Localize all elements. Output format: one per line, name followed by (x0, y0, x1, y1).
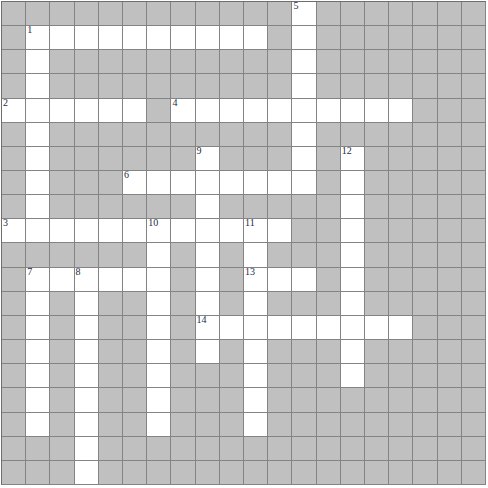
letter-cell-r10-c8[interactable] (196, 243, 220, 267)
block-cell-r11-c9 (220, 268, 244, 292)
block-cell-r0-c18 (438, 2, 462, 26)
block-cell-r19-c6 (147, 461, 171, 485)
block-cell-r1-c17 (413, 26, 437, 50)
letter-cell-r4-c11[interactable] (268, 99, 292, 123)
letter-cell-r13-c12[interactable] (292, 316, 316, 340)
letter-cell-r4-c8[interactable] (196, 99, 220, 123)
letter-cell-r9-c10[interactable]: 11 (244, 219, 268, 243)
letter-cell-r12-c10[interactable] (244, 292, 268, 316)
block-cell-r16-c2 (50, 388, 74, 412)
letter-cell-r1-c4[interactable] (99, 26, 123, 50)
block-cell-r12-c15 (365, 292, 389, 316)
letter-cell-r8-c1[interactable] (26, 195, 50, 219)
block-cell-r0-c4 (99, 2, 123, 26)
block-cell-r12-c9 (220, 292, 244, 316)
block-cell-r7-c2 (50, 171, 74, 195)
block-cell-r2-c3 (75, 50, 99, 74)
letter-cell-r7-c12[interactable] (292, 171, 316, 195)
block-cell-r0-c16 (389, 2, 413, 26)
block-cell-r0-c11 (268, 2, 292, 26)
block-cell-r5-c4 (99, 123, 123, 147)
block-cell-r5-c18 (438, 123, 462, 147)
block-cell-r11-c13 (317, 268, 341, 292)
block-cell-r17-c7 (171, 413, 195, 437)
letter-cell-r5-c12[interactable] (292, 123, 316, 147)
letter-cell-r1-c1[interactable]: 1 (26, 26, 50, 50)
letter-cell-r9-c11[interactable] (268, 219, 292, 243)
letter-cell-r13-c1[interactable] (26, 316, 50, 340)
letter-cell-r14-c10[interactable] (244, 340, 268, 364)
letter-cell-r7-c1[interactable] (26, 171, 50, 195)
block-cell-r18-c4 (99, 437, 123, 461)
clue-number: 14 (197, 314, 207, 326)
block-cell-r2-c19 (462, 50, 486, 74)
letter-cell-r19-c3[interactable] (75, 461, 99, 485)
block-cell-r5-c2 (50, 123, 74, 147)
block-cell-r7-c0 (2, 171, 26, 195)
block-cell-r10-c16 (389, 243, 413, 267)
block-cell-r8-c5 (123, 195, 147, 219)
block-cell-r1-c0 (2, 26, 26, 50)
block-cell-r2-c15 (365, 50, 389, 74)
letter-cell-r7-c11[interactable] (268, 171, 292, 195)
clue-number: 6 (124, 169, 129, 181)
block-cell-r8-c9 (220, 195, 244, 219)
letter-cell-r16-c1[interactable] (26, 388, 50, 412)
block-cell-r7-c4 (99, 171, 123, 195)
block-cell-r18-c14 (341, 437, 365, 461)
letter-cell-r9-c9[interactable] (220, 219, 244, 243)
block-cell-r17-c14 (341, 413, 365, 437)
letter-cell-r13-c16[interactable] (389, 316, 413, 340)
block-cell-r0-c0 (2, 2, 26, 26)
letter-cell-r4-c9[interactable] (220, 99, 244, 123)
block-cell-r4-c18 (438, 99, 462, 123)
clue-number: 8 (76, 266, 81, 278)
letter-cell-r6-c14[interactable]: 12 (341, 147, 365, 171)
letter-cell-r4-c4[interactable] (99, 99, 123, 123)
letter-cell-r4-c5[interactable] (123, 99, 147, 123)
letter-cell-r18-c3[interactable] (75, 437, 99, 461)
block-cell-r13-c17 (413, 316, 437, 340)
letter-cell-r13-c13[interactable] (317, 316, 341, 340)
letter-cell-r13-c14[interactable] (341, 316, 365, 340)
block-cell-r8-c2 (50, 195, 74, 219)
block-cell-r2-c10 (244, 50, 268, 74)
block-cell-r15-c8 (196, 364, 220, 388)
block-cell-r3-c8 (196, 74, 220, 98)
block-cell-r16-c9 (220, 388, 244, 412)
letter-cell-r11-c3[interactable]: 8 (75, 268, 99, 292)
block-cell-r15-c4 (99, 364, 123, 388)
letter-cell-r9-c5[interactable] (123, 219, 147, 243)
block-cell-r15-c7 (171, 364, 195, 388)
block-cell-r14-c4 (99, 340, 123, 364)
block-cell-r10-c13 (317, 243, 341, 267)
block-cell-r16-c4 (99, 388, 123, 412)
letter-cell-r8-c8[interactable] (196, 195, 220, 219)
block-cell-r0-c13 (317, 2, 341, 26)
block-cell-r19-c4 (99, 461, 123, 485)
letter-cell-r9-c8[interactable] (196, 219, 220, 243)
block-cell-r5-c11 (268, 123, 292, 147)
block-cell-r18-c16 (389, 437, 413, 461)
letter-cell-r7-c8[interactable] (196, 171, 220, 195)
block-cell-r3-c2 (50, 74, 74, 98)
block-cell-r18-c2 (50, 437, 74, 461)
block-cell-r2-c18 (438, 50, 462, 74)
block-cell-r7-c16 (389, 171, 413, 195)
block-cell-r14-c15 (365, 340, 389, 364)
letter-cell-r9-c14[interactable] (341, 219, 365, 243)
block-cell-r0-c6 (147, 2, 171, 26)
block-cell-r19-c13 (317, 461, 341, 485)
block-cell-r4-c6 (147, 99, 171, 123)
block-cell-r7-c17 (413, 171, 437, 195)
letter-cell-r11-c2[interactable] (50, 268, 74, 292)
block-cell-r18-c17 (413, 437, 437, 461)
letter-cell-r16-c10[interactable] (244, 388, 268, 412)
block-cell-r12-c13 (317, 292, 341, 316)
letter-cell-r1-c9[interactable] (220, 26, 244, 50)
block-cell-r5-c10 (244, 123, 268, 147)
letter-cell-r4-c16[interactable] (389, 99, 413, 123)
letter-cell-r11-c12[interactable] (292, 268, 316, 292)
block-cell-r10-c1 (26, 243, 50, 267)
block-cell-r0-c7 (171, 2, 195, 26)
block-cell-r2-c5 (123, 50, 147, 74)
letter-cell-r7-c5[interactable]: 6 (123, 171, 147, 195)
block-cell-r7-c13 (317, 171, 341, 195)
block-cell-r6-c0 (2, 147, 26, 171)
letter-cell-r11-c1[interactable]: 7 (26, 268, 50, 292)
block-cell-r4-c17 (413, 99, 437, 123)
clue-number: 10 (148, 217, 158, 229)
letter-cell-r10-c14[interactable] (341, 243, 365, 267)
letter-cell-r2-c12[interactable] (292, 50, 316, 74)
letter-cell-r9-c4[interactable] (99, 219, 123, 243)
block-cell-r16-c0 (2, 388, 26, 412)
block-cell-r5-c3 (75, 123, 99, 147)
block-cell-r5-c0 (2, 123, 26, 147)
letter-cell-r15-c3[interactable] (75, 364, 99, 388)
block-cell-r18-c5 (123, 437, 147, 461)
letter-cell-r6-c8[interactable]: 9 (196, 147, 220, 171)
letter-cell-r10-c6[interactable] (147, 243, 171, 267)
letter-cell-r4-c10[interactable] (244, 99, 268, 123)
letter-cell-r4-c1[interactable] (26, 99, 50, 123)
block-cell-r15-c0 (2, 364, 26, 388)
letter-cell-r4-c0[interactable]: 2 (2, 99, 26, 123)
block-cell-r18-c6 (147, 437, 171, 461)
block-cell-r13-c0 (2, 316, 26, 340)
letter-cell-r1-c8[interactable] (196, 26, 220, 50)
letter-cell-r11-c4[interactable] (99, 268, 123, 292)
block-cell-r3-c5 (123, 74, 147, 98)
block-cell-r17-c17 (413, 413, 437, 437)
block-cell-r14-c17 (413, 340, 437, 364)
block-cell-r16-c5 (123, 388, 147, 412)
block-cell-r17-c13 (317, 413, 341, 437)
block-cell-r14-c2 (50, 340, 74, 364)
block-cell-r18-c19 (462, 437, 486, 461)
block-cell-r2-c9 (220, 50, 244, 74)
block-cell-r8-c19 (462, 195, 486, 219)
letter-cell-r7-c6[interactable] (147, 171, 171, 195)
block-cell-r15-c9 (220, 364, 244, 388)
block-cell-r4-c19 (462, 99, 486, 123)
letter-cell-r12-c1[interactable] (26, 292, 50, 316)
letter-cell-r11-c6[interactable] (147, 268, 171, 292)
block-cell-r2-c13 (317, 50, 341, 74)
block-cell-r14-c0 (2, 340, 26, 364)
letter-cell-r1-c3[interactable] (75, 26, 99, 50)
block-cell-r8-c4 (99, 195, 123, 219)
block-cell-r2-c14 (341, 50, 365, 74)
block-cell-r16-c18 (438, 388, 462, 412)
block-cell-r17-c18 (438, 413, 462, 437)
letter-cell-r4-c14[interactable] (341, 99, 365, 123)
letter-cell-r13-c10[interactable] (244, 316, 268, 340)
block-cell-r12-c7 (171, 292, 195, 316)
block-cell-r3-c6 (147, 74, 171, 98)
letter-cell-r10-c10[interactable] (244, 243, 268, 267)
block-cell-r5-c17 (413, 123, 437, 147)
block-cell-r10-c11 (268, 243, 292, 267)
letter-cell-r6-c1[interactable] (26, 147, 50, 171)
letter-cell-r3-c12[interactable] (292, 74, 316, 98)
block-cell-r5-c13 (317, 123, 341, 147)
letter-cell-r3-c1[interactable] (26, 74, 50, 98)
letter-cell-r9-c7[interactable] (171, 219, 195, 243)
block-cell-r3-c4 (99, 74, 123, 98)
block-cell-r16-c11 (268, 388, 292, 412)
letter-cell-r4-c15[interactable] (365, 99, 389, 123)
letter-cell-r8-c14[interactable] (341, 195, 365, 219)
letter-cell-r17-c6[interactable] (147, 413, 171, 437)
block-cell-r12-c16 (389, 292, 413, 316)
block-cell-r8-c18 (438, 195, 462, 219)
block-cell-r9-c12 (292, 219, 316, 243)
block-cell-r5-c5 (123, 123, 147, 147)
block-cell-r19-c17 (413, 461, 437, 485)
block-cell-r3-c3 (75, 74, 99, 98)
block-cell-r18-c18 (438, 437, 462, 461)
block-cell-r15-c16 (389, 364, 413, 388)
block-cell-r11-c7 (171, 268, 195, 292)
block-cell-r19-c18 (438, 461, 462, 485)
letter-cell-r16-c6[interactable] (147, 388, 171, 412)
letter-cell-r4-c3[interactable] (75, 99, 99, 123)
block-cell-r17-c11 (268, 413, 292, 437)
letter-cell-r9-c0[interactable]: 3 (2, 219, 26, 243)
block-cell-r10-c5 (123, 243, 147, 267)
letter-cell-r4-c12[interactable] (292, 99, 316, 123)
block-cell-r9-c13 (317, 219, 341, 243)
block-cell-r19-c19 (462, 461, 486, 485)
block-cell-r18-c8 (196, 437, 220, 461)
block-cell-r19-c1 (26, 461, 50, 485)
block-cell-r6-c6 (147, 147, 171, 171)
block-cell-r15-c11 (268, 364, 292, 388)
letter-cell-r7-c10[interactable] (244, 171, 268, 195)
letter-cell-r15-c14[interactable] (341, 364, 365, 388)
block-cell-r16-c13 (317, 388, 341, 412)
block-cell-r14-c11 (268, 340, 292, 364)
block-cell-r2-c0 (2, 50, 26, 74)
block-cell-r7-c15 (365, 171, 389, 195)
block-cell-r0-c10 (244, 2, 268, 26)
block-cell-r14-c18 (438, 340, 462, 364)
block-cell-r16-c16 (389, 388, 413, 412)
letter-cell-r0-c12[interactable]: 5 (292, 2, 316, 26)
block-cell-r9-c18 (438, 219, 462, 243)
block-cell-r2-c8 (196, 50, 220, 74)
clue-number: 4 (172, 97, 177, 109)
block-cell-r15-c5 (123, 364, 147, 388)
letter-cell-r9-c6[interactable]: 10 (147, 219, 171, 243)
letter-cell-r11-c8[interactable] (196, 268, 220, 292)
block-cell-r8-c6 (147, 195, 171, 219)
letter-cell-r1-c12[interactable] (292, 26, 316, 50)
block-cell-r13-c4 (99, 316, 123, 340)
letter-cell-r4-c2[interactable] (50, 99, 74, 123)
letter-cell-r7-c7[interactable] (171, 171, 195, 195)
block-cell-r11-c16 (389, 268, 413, 292)
letter-cell-r13-c15[interactable] (365, 316, 389, 340)
block-cell-r15-c19 (462, 364, 486, 388)
letter-cell-r17-c10[interactable] (244, 413, 268, 437)
letter-cell-r13-c6[interactable] (147, 316, 171, 340)
letter-cell-r14-c3[interactable] (75, 340, 99, 364)
block-cell-r8-c12 (292, 195, 316, 219)
block-cell-r3-c17 (413, 74, 437, 98)
block-cell-r18-c13 (317, 437, 341, 461)
letter-cell-r1-c7[interactable] (171, 26, 195, 50)
block-cell-r6-c18 (438, 147, 462, 171)
block-cell-r16-c14 (341, 388, 365, 412)
block-cell-r6-c11 (268, 147, 292, 171)
block-cell-r12-c18 (438, 292, 462, 316)
letter-cell-r15-c1[interactable] (26, 364, 50, 388)
block-cell-r19-c11 (268, 461, 292, 485)
block-cell-r9-c19 (462, 219, 486, 243)
letter-cell-r12-c6[interactable] (147, 292, 171, 316)
block-cell-r9-c17 (413, 219, 437, 243)
letter-cell-r12-c14[interactable] (341, 292, 365, 316)
block-cell-r15-c12 (292, 364, 316, 388)
block-cell-r0-c15 (365, 2, 389, 26)
block-cell-r14-c5 (123, 340, 147, 364)
letter-cell-r11-c5[interactable] (123, 268, 147, 292)
block-cell-r18-c12 (292, 437, 316, 461)
block-cell-r1-c18 (438, 26, 462, 50)
letter-cell-r14-c14[interactable] (341, 340, 365, 364)
block-cell-r19-c2 (50, 461, 74, 485)
block-cell-r8-c16 (389, 195, 413, 219)
block-cell-r11-c18 (438, 268, 462, 292)
letter-cell-r15-c10[interactable] (244, 364, 268, 388)
letter-cell-r9-c2[interactable] (50, 219, 74, 243)
letter-cell-r1-c2[interactable] (50, 26, 74, 50)
block-cell-r15-c13 (317, 364, 341, 388)
block-cell-r13-c19 (462, 316, 486, 340)
letter-cell-r15-c6[interactable] (147, 364, 171, 388)
letter-cell-r4-c13[interactable] (317, 99, 341, 123)
block-cell-r17-c9 (220, 413, 244, 437)
letter-cell-r2-c1[interactable] (26, 50, 50, 74)
block-cell-r11-c19 (462, 268, 486, 292)
letter-cell-r11-c14[interactable] (341, 268, 365, 292)
letter-cell-r17-c3[interactable] (75, 413, 99, 437)
block-cell-r5-c6 (147, 123, 171, 147)
block-cell-r15-c2 (50, 364, 74, 388)
letter-cell-r17-c1[interactable] (26, 413, 50, 437)
letter-cell-r13-c9[interactable] (220, 316, 244, 340)
block-cell-r2-c2 (50, 50, 74, 74)
letter-cell-r13-c8[interactable]: 14 (196, 316, 220, 340)
block-cell-r16-c17 (413, 388, 437, 412)
letter-cell-r4-c7[interactable]: 4 (171, 99, 195, 123)
block-cell-r10-c9 (220, 243, 244, 267)
block-cell-r7-c18 (438, 171, 462, 195)
clue-number: 3 (3, 217, 8, 229)
letter-cell-r12-c8[interactable] (196, 292, 220, 316)
letter-cell-r14-c1[interactable] (26, 340, 50, 364)
block-cell-r16-c7 (171, 388, 195, 412)
block-cell-r17-c4 (99, 413, 123, 437)
block-cell-r18-c10 (244, 437, 268, 461)
letter-cell-r9-c1[interactable] (26, 219, 50, 243)
block-cell-r12-c5 (123, 292, 147, 316)
block-cell-r3-c9 (220, 74, 244, 98)
letter-cell-r7-c9[interactable] (220, 171, 244, 195)
block-cell-r5-c7 (171, 123, 195, 147)
block-cell-r9-c15 (365, 219, 389, 243)
letter-cell-r14-c8[interactable] (196, 340, 220, 364)
letter-cell-r12-c3[interactable] (75, 292, 99, 316)
block-cell-r8-c13 (317, 195, 341, 219)
letter-cell-r13-c3[interactable] (75, 316, 99, 340)
block-cell-r2-c4 (99, 50, 123, 74)
letter-cell-r16-c3[interactable] (75, 388, 99, 412)
letter-cell-r6-c12[interactable] (292, 147, 316, 171)
letter-cell-r9-c3[interactable] (75, 219, 99, 243)
letter-cell-r7-c14[interactable] (341, 171, 365, 195)
block-cell-r17-c12 (292, 413, 316, 437)
letter-cell-r1-c5[interactable] (123, 26, 147, 50)
block-cell-r1-c19 (462, 26, 486, 50)
block-cell-r2-c7 (171, 50, 195, 74)
block-cell-r3-c19 (462, 74, 486, 98)
letter-cell-r11-c10[interactable]: 13 (244, 268, 268, 292)
block-cell-r13-c5 (123, 316, 147, 340)
letter-cell-r11-c11[interactable] (268, 268, 292, 292)
block-cell-r16-c12 (292, 388, 316, 412)
block-cell-r10-c0 (2, 243, 26, 267)
letter-cell-r1-c6[interactable] (147, 26, 171, 50)
letter-cell-r1-c10[interactable] (244, 26, 268, 50)
letter-cell-r14-c6[interactable] (147, 340, 171, 364)
letter-cell-r13-c11[interactable] (268, 316, 292, 340)
block-cell-r12-c0 (2, 292, 26, 316)
letter-cell-r5-c1[interactable] (26, 123, 50, 147)
block-cell-r18-c15 (365, 437, 389, 461)
block-cell-r8-c11 (268, 195, 292, 219)
block-cell-r12-c17 (413, 292, 437, 316)
block-cell-r5-c14 (341, 123, 365, 147)
block-cell-r10-c3 (75, 243, 99, 267)
